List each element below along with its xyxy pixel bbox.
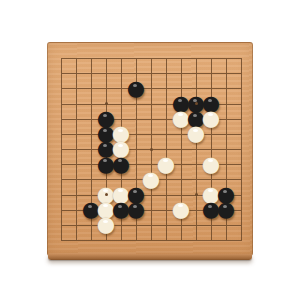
board-cell[interactable] xyxy=(99,66,114,81)
board-cell[interactable] xyxy=(174,66,189,81)
board-cell[interactable]: ● xyxy=(204,96,219,111)
star-point xyxy=(105,193,108,196)
board-cell[interactable] xyxy=(54,111,69,126)
board-cell[interactable] xyxy=(204,81,219,96)
board-cell[interactable] xyxy=(219,217,234,232)
photo-background: ●●●●●●●●●●●●●●●●●●●●●●●●●●●●●●● xyxy=(0,0,300,300)
board-cell[interactable] xyxy=(54,126,69,141)
board-cell[interactable] xyxy=(84,50,99,65)
go-board: ●●●●●●●●●●●●●●●●●●●●●●●●●●●●●●● xyxy=(47,42,253,260)
board-cell[interactable] xyxy=(129,111,144,126)
board-cell[interactable] xyxy=(99,172,114,187)
board-cell[interactable] xyxy=(99,232,114,247)
board-cell[interactable]: ● xyxy=(174,202,189,217)
board-cell[interactable] xyxy=(219,172,234,187)
board-cell[interactable] xyxy=(69,141,84,156)
board-cell[interactable] xyxy=(159,141,174,156)
board-cell[interactable] xyxy=(234,187,249,202)
board-cell[interactable] xyxy=(234,66,249,81)
board-cell[interactable] xyxy=(204,50,219,65)
board-cell[interactable] xyxy=(129,232,144,247)
board-cell[interactable]: ● xyxy=(174,111,189,126)
board-cell[interactable] xyxy=(204,126,219,141)
board-cell[interactable] xyxy=(174,141,189,156)
board-cell[interactable] xyxy=(219,232,234,247)
board-cell[interactable] xyxy=(114,232,129,247)
board-cell[interactable] xyxy=(144,111,159,126)
board-cell[interactable] xyxy=(69,111,84,126)
board-cell[interactable] xyxy=(144,66,159,81)
board-cell[interactable]: ● xyxy=(204,156,219,171)
board-cell[interactable] xyxy=(144,217,159,232)
board-cell[interactable] xyxy=(114,172,129,187)
board-cell[interactable] xyxy=(159,126,174,141)
board-cell[interactable] xyxy=(189,172,204,187)
board-cell[interactable] xyxy=(234,172,249,187)
board-cell[interactable]: ● xyxy=(174,96,189,111)
board-cell[interactable] xyxy=(84,156,99,171)
board-cell[interactable] xyxy=(69,81,84,96)
board-cell[interactable] xyxy=(219,156,234,171)
board-cell[interactable] xyxy=(234,81,249,96)
board-cell[interactable] xyxy=(129,126,144,141)
board-cell[interactable] xyxy=(144,187,159,202)
board-cell[interactable] xyxy=(189,66,204,81)
board-cell[interactable] xyxy=(84,217,99,232)
board-cell[interactable] xyxy=(69,50,84,65)
board-cell[interactable]: ● xyxy=(129,202,144,217)
board-cell[interactable] xyxy=(54,232,69,247)
star-point xyxy=(195,193,198,196)
board-cell[interactable] xyxy=(54,217,69,232)
board-cell[interactable] xyxy=(174,217,189,232)
board-cell[interactable] xyxy=(84,126,99,141)
board-cell[interactable] xyxy=(159,111,174,126)
board-cell[interactable] xyxy=(204,232,219,247)
board-cell[interactable] xyxy=(159,66,174,81)
board-cell[interactable] xyxy=(69,202,84,217)
board-cell[interactable] xyxy=(174,81,189,96)
board-cell[interactable] xyxy=(159,172,174,187)
board-cell[interactable] xyxy=(54,187,69,202)
board-cell[interactable]: ● xyxy=(189,111,204,126)
board-cell[interactable] xyxy=(189,217,204,232)
board-cell[interactable] xyxy=(219,111,234,126)
board-cell[interactable]: ● xyxy=(99,217,114,232)
board-cell[interactable] xyxy=(144,50,159,65)
board-cell[interactable]: ● xyxy=(204,202,219,217)
board-cell[interactable] xyxy=(84,141,99,156)
board-cell[interactable]: ● xyxy=(144,172,159,187)
board-cell[interactable] xyxy=(174,172,189,187)
board-cell[interactable] xyxy=(144,232,159,247)
board-cell[interactable] xyxy=(234,111,249,126)
board-cell[interactable] xyxy=(114,111,129,126)
board-cell[interactable] xyxy=(54,141,69,156)
board-cell[interactable]: ● xyxy=(219,187,234,202)
board-cell[interactable] xyxy=(234,126,249,141)
board-cell[interactable] xyxy=(69,172,84,187)
board-cell[interactable] xyxy=(234,232,249,247)
board-cell[interactable] xyxy=(84,232,99,247)
board-cell[interactable] xyxy=(204,66,219,81)
board-cell[interactable] xyxy=(69,232,84,247)
board-cell[interactable] xyxy=(144,126,159,141)
board-cell[interactable] xyxy=(159,50,174,65)
board-cell[interactable] xyxy=(54,202,69,217)
board-cell[interactable] xyxy=(219,66,234,81)
board-cell[interactable] xyxy=(219,96,234,111)
board-cell[interactable] xyxy=(129,141,144,156)
board-cell[interactable] xyxy=(84,187,99,202)
board-cell[interactable]: ● xyxy=(99,141,114,156)
board-cell[interactable]: ● xyxy=(114,141,129,156)
board-face: ●●●●●●●●●●●●●●●●●●●●●●●●●●●●●●● xyxy=(47,42,253,256)
board-cell[interactable] xyxy=(159,217,174,232)
board-cell[interactable] xyxy=(159,202,174,217)
board-cell[interactable]: ● xyxy=(219,202,234,217)
board-cell[interactable]: ● xyxy=(159,156,174,171)
board-cell[interactable]: ● xyxy=(99,111,114,126)
board-cell[interactable] xyxy=(54,96,69,111)
board-cell[interactable] xyxy=(174,232,189,247)
board-cell[interactable] xyxy=(144,81,159,96)
board-cell[interactable] xyxy=(159,96,174,111)
board-cell[interactable] xyxy=(84,96,99,111)
board-cell[interactable]: ● xyxy=(114,187,129,202)
board-cell[interactable]: ● xyxy=(114,126,129,141)
board-cell[interactable]: ● xyxy=(114,156,129,171)
board-cell[interactable] xyxy=(69,156,84,171)
board-cell[interactable] xyxy=(159,187,174,202)
board-cell[interactable]: ● xyxy=(84,202,99,217)
board-cell[interactable] xyxy=(174,187,189,202)
board-cell[interactable] xyxy=(174,126,189,141)
board-cell[interactable]: ● xyxy=(204,111,219,126)
board-cell[interactable] xyxy=(234,50,249,65)
board-cell[interactable] xyxy=(189,202,204,217)
board-cell[interactable] xyxy=(54,156,69,171)
board-cell[interactable]: ● xyxy=(99,202,114,217)
board-cell[interactable] xyxy=(234,96,249,111)
board-cell[interactable] xyxy=(54,81,69,96)
star-point xyxy=(195,102,198,105)
board-cell[interactable] xyxy=(159,81,174,96)
board-front-edge xyxy=(48,254,252,260)
board-cell[interactable] xyxy=(174,50,189,65)
board-cell[interactable] xyxy=(129,172,144,187)
board-cell[interactable] xyxy=(69,66,84,81)
board-cell[interactable] xyxy=(189,141,204,156)
board-cell[interactable] xyxy=(84,81,99,96)
board-cell[interactable] xyxy=(114,217,129,232)
board-cell[interactable]: ● xyxy=(204,187,219,202)
board-cell[interactable] xyxy=(69,126,84,141)
board-cell[interactable] xyxy=(114,81,129,96)
board-cell[interactable] xyxy=(99,50,114,65)
board-cell[interactable] xyxy=(129,96,144,111)
board-cell[interactable] xyxy=(204,141,219,156)
board-cell[interactable] xyxy=(234,141,249,156)
board-cell[interactable] xyxy=(219,50,234,65)
board-cell[interactable] xyxy=(129,50,144,65)
board-cell[interactable] xyxy=(219,81,234,96)
board-cell[interactable] xyxy=(219,141,234,156)
board-cell[interactable] xyxy=(84,66,99,81)
board-cell[interactable] xyxy=(144,156,159,171)
board-cell[interactable] xyxy=(129,156,144,171)
board-cell[interactable] xyxy=(204,217,219,232)
board-cell[interactable] xyxy=(144,96,159,111)
board-cell[interactable] xyxy=(234,202,249,217)
board-cell[interactable]: ● xyxy=(99,126,114,141)
board-cell[interactable] xyxy=(84,111,99,126)
board-cell[interactable] xyxy=(204,172,219,187)
board-cell[interactable] xyxy=(99,81,114,96)
board-cell[interactable] xyxy=(129,217,144,232)
board-cell[interactable] xyxy=(129,66,144,81)
board-cell[interactable] xyxy=(69,96,84,111)
star-point xyxy=(150,148,153,151)
board-cell[interactable]: ● xyxy=(129,81,144,96)
board-cell[interactable]: ● xyxy=(189,126,204,141)
board-cell[interactable] xyxy=(189,50,204,65)
board-cell[interactable] xyxy=(114,66,129,81)
board-cell[interactable] xyxy=(114,50,129,65)
board-cell[interactable] xyxy=(234,217,249,232)
board-cell[interactable]: ● xyxy=(99,156,114,171)
board-cell[interactable] xyxy=(54,66,69,81)
board-cell[interactable] xyxy=(84,172,99,187)
board-cell[interactable] xyxy=(189,156,204,171)
board-cell[interactable] xyxy=(69,217,84,232)
board-cell[interactable] xyxy=(174,156,189,171)
board-cell[interactable] xyxy=(144,202,159,217)
board-cell[interactable] xyxy=(234,156,249,171)
board-cell[interactable]: ● xyxy=(129,187,144,202)
board-cell[interactable] xyxy=(159,232,174,247)
board-cell[interactable] xyxy=(54,50,69,65)
board-cell[interactable] xyxy=(114,96,129,111)
star-point xyxy=(105,102,108,105)
board-cell[interactable]: ● xyxy=(114,202,129,217)
board-cell[interactable] xyxy=(219,126,234,141)
board-cell[interactable] xyxy=(189,81,204,96)
board-cell[interactable] xyxy=(189,232,204,247)
board-cell[interactable] xyxy=(69,187,84,202)
board-cell[interactable] xyxy=(54,172,69,187)
